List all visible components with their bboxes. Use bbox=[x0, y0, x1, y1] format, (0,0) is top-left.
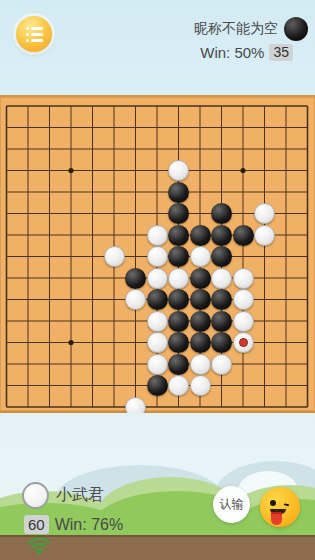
stone-black bbox=[190, 311, 211, 332]
stone-white bbox=[147, 225, 168, 246]
menu-icon bbox=[26, 27, 43, 30]
resign-label: 认输 bbox=[220, 496, 244, 513]
stone-white bbox=[190, 354, 211, 375]
stone-white bbox=[190, 375, 211, 396]
stone-white bbox=[168, 160, 189, 181]
player-white-winrate: Win: 76% bbox=[55, 516, 123, 534]
stone-white bbox=[233, 332, 254, 353]
stone-black bbox=[190, 332, 211, 353]
menu-button[interactable] bbox=[16, 16, 52, 52]
emoji-left-eye bbox=[270, 500, 276, 506]
player-white-badge: 60 bbox=[24, 515, 49, 534]
resign-button[interactable]: 认输 bbox=[213, 486, 250, 523]
stone-black bbox=[168, 332, 189, 353]
stone-black bbox=[147, 375, 168, 396]
stone-black bbox=[211, 246, 232, 267]
stone-black bbox=[190, 289, 211, 310]
stone-white bbox=[233, 268, 254, 289]
stone-white bbox=[233, 311, 254, 332]
stone-black bbox=[233, 225, 254, 246]
player-black-name: 昵称不能为空 bbox=[194, 20, 278, 38]
stone-white bbox=[233, 289, 254, 310]
player-black-badge: 35 bbox=[269, 44, 293, 61]
player-black-winrate: Win: 50% bbox=[200, 44, 264, 61]
stone-black bbox=[211, 332, 232, 353]
stone-white bbox=[147, 332, 168, 353]
stone-black bbox=[211, 225, 232, 246]
stone-black bbox=[211, 289, 232, 310]
stone-white bbox=[147, 246, 168, 267]
stone-black bbox=[211, 311, 232, 332]
stone-white bbox=[147, 354, 168, 375]
stone-black bbox=[147, 289, 168, 310]
white-stone-icon bbox=[22, 482, 49, 509]
stone-black bbox=[168, 311, 189, 332]
stone-black bbox=[168, 182, 189, 203]
emoji-tongue bbox=[271, 512, 282, 525]
stone-black bbox=[168, 203, 189, 224]
stone-black bbox=[125, 268, 146, 289]
stone-white bbox=[104, 246, 125, 267]
stone-white bbox=[147, 311, 168, 332]
stone-black bbox=[211, 203, 232, 224]
player-white-panel: 小武君 60 Win: 76% bbox=[22, 482, 123, 534]
stone-white bbox=[168, 268, 189, 289]
last-move-marker bbox=[239, 338, 248, 347]
footer-scene: 小武君 60 Win: 76% 认输 bbox=[0, 413, 315, 560]
stone-black bbox=[190, 225, 211, 246]
emoji-button[interactable] bbox=[260, 487, 300, 527]
header-bar: 昵称不能为空 Win: 50% 35 bbox=[0, 0, 315, 95]
black-stone-icon bbox=[284, 17, 308, 41]
stone-black bbox=[168, 225, 189, 246]
stone-white bbox=[190, 246, 211, 267]
stone-white bbox=[254, 225, 275, 246]
stone-black bbox=[190, 268, 211, 289]
stone-white bbox=[211, 354, 232, 375]
player-white-name: 小武君 bbox=[56, 485, 104, 506]
stone-black bbox=[168, 289, 189, 310]
emoji-wink-eye bbox=[282, 498, 291, 507]
stone-black bbox=[168, 246, 189, 267]
stone-white bbox=[125, 289, 146, 310]
stone-white bbox=[168, 375, 189, 396]
stone-black bbox=[168, 354, 189, 375]
wifi-icon bbox=[28, 537, 50, 555]
gomoku-board[interactable] bbox=[0, 95, 315, 413]
player-black-panel: 昵称不能为空 Win: 50% 35 bbox=[194, 17, 308, 61]
stone-white bbox=[147, 268, 168, 289]
stone-white bbox=[254, 203, 275, 224]
stone-white bbox=[211, 268, 232, 289]
